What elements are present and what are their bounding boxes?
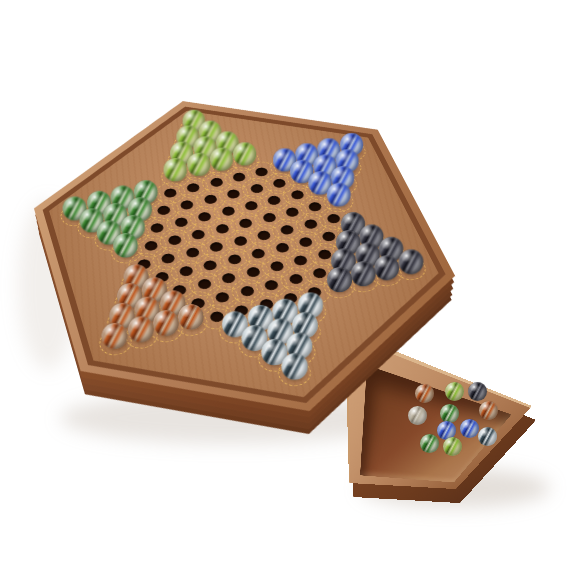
drilled-hole — [274, 242, 290, 254]
marble-yellow-green[interactable] — [187, 152, 210, 175]
marble-black[interactable] — [326, 267, 351, 292]
drilled-hole — [279, 224, 295, 236]
board-hole-cell[interactable] — [286, 249, 316, 272]
marble-black[interactable] — [398, 249, 423, 274]
drilled-hole — [231, 171, 246, 182]
drilled-hole — [202, 259, 218, 271]
drilled-hole — [167, 234, 183, 246]
marble-orange[interactable] — [102, 323, 128, 349]
marble-yellow-green[interactable] — [164, 158, 188, 182]
drilled-hole — [197, 211, 212, 223]
board-scene — [0, 92, 568, 535]
drilled-hole — [316, 248, 332, 260]
drilled-hole — [293, 254, 309, 266]
drilled-hole — [289, 189, 305, 200]
drilled-hole — [220, 205, 235, 216]
drilled-hole — [150, 222, 165, 234]
drilled-hole — [156, 204, 171, 215]
drilled-hole — [203, 194, 218, 205]
marble-blue[interactable] — [326, 182, 350, 206]
drilled-hole — [180, 199, 195, 210]
drilled-hole — [326, 213, 342, 225]
star-grid — [14, 65, 500, 464]
drilled-hole — [287, 273, 303, 285]
drilled-hole — [208, 241, 224, 253]
drilled-hole — [185, 246, 201, 258]
drilled-hole — [232, 235, 248, 247]
drilled-hole — [226, 253, 242, 265]
drilled-hole — [160, 252, 176, 264]
marble-orange[interactable] — [178, 304, 204, 330]
drilled-hole — [307, 201, 323, 212]
marble-yellow-green[interactable] — [233, 142, 256, 165]
drilled-hole — [284, 206, 300, 217]
drilled-hole — [143, 240, 159, 252]
drilled-hole — [173, 216, 188, 228]
marble-orange[interactable] — [127, 316, 153, 342]
drilled-hole — [321, 230, 337, 242]
drilled-hole — [214, 223, 230, 235]
product-photo-stage — [0, 0, 568, 568]
drilled-hole — [272, 178, 287, 189]
board-hole-cell[interactable] — [151, 317, 181, 341]
drilled-hole — [178, 265, 194, 277]
board — [14, 66, 500, 465]
drilled-hole — [298, 236, 314, 248]
drilled-hole — [261, 212, 277, 224]
drilled-hole — [256, 229, 272, 241]
drilled-hole — [266, 194, 282, 205]
drilled-hole — [215, 291, 231, 304]
drilled-hole — [239, 285, 255, 298]
board-hole-cell[interactable] — [278, 360, 310, 386]
drilled-hole — [249, 183, 264, 194]
drilled-hole — [311, 267, 327, 279]
drilled-hole — [250, 247, 266, 259]
drilled-hole — [186, 182, 201, 193]
drilled-hole — [245, 266, 261, 278]
marble-black[interactable] — [374, 255, 399, 280]
drilled-hole — [162, 187, 177, 198]
drilled-hole — [269, 260, 285, 272]
marble-yellow-green[interactable] — [210, 147, 233, 170]
marble-green[interactable] — [113, 233, 138, 258]
drilled-hole — [226, 188, 241, 199]
drilled-hole — [254, 166, 269, 177]
drilled-hole — [221, 272, 237, 284]
drilled-hole — [196, 278, 212, 291]
marble-orange[interactable] — [153, 310, 179, 336]
drilled-hole — [238, 217, 254, 229]
drilled-hole — [191, 228, 207, 240]
marble-white-stripe[interactable] — [281, 353, 308, 380]
drilled-hole — [209, 177, 224, 188]
drilled-hole — [243, 200, 259, 211]
drilled-hole — [263, 279, 279, 292]
marble-black[interactable] — [351, 261, 376, 286]
drilled-hole — [303, 218, 319, 230]
